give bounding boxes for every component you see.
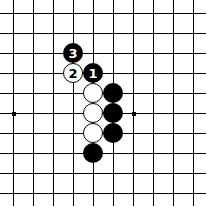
- stone-black: [83, 143, 103, 163]
- stone-black-move-3: 3: [63, 43, 83, 63]
- move-number: 3: [68, 46, 77, 59]
- move-number: 2: [68, 66, 77, 79]
- stone-white: [83, 83, 103, 103]
- stone-black: [103, 83, 123, 103]
- go-board: 321: [0, 0, 210, 210]
- move-number: 1: [88, 66, 97, 79]
- stone-black: [103, 103, 123, 123]
- stone-white-move-2: 2: [63, 63, 83, 83]
- star-point: [12, 112, 16, 116]
- star-point: [132, 112, 136, 116]
- stone-white: [83, 103, 103, 123]
- go-diagram: 321: [0, 0, 210, 210]
- stone-black: [103, 123, 123, 143]
- stone-black-move-1: 1: [83, 63, 103, 83]
- stone-white: [83, 123, 103, 143]
